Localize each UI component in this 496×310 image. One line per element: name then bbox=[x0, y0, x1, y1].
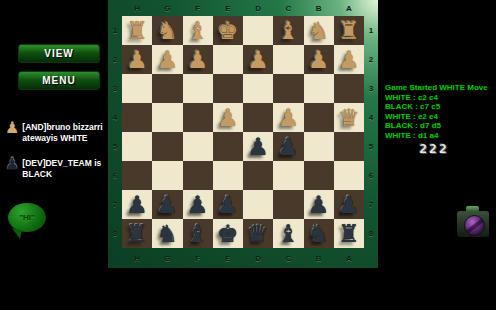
file-label-h: H bbox=[122, 248, 152, 268]
move-log-line: WHITE : e2 e4 bbox=[385, 112, 495, 122]
file-label-d: D bbox=[243, 248, 273, 268]
rank-label-5: 5 bbox=[108, 132, 122, 161]
board-corner bbox=[108, 0, 122, 16]
square-f4[interactable] bbox=[183, 103, 213, 132]
square-a1[interactable]: ♜ bbox=[334, 16, 364, 45]
square-c1[interactable]: ♝ bbox=[273, 16, 303, 45]
file-label-d: D bbox=[243, 0, 273, 16]
white-bishop-c1: ♝ bbox=[278, 19, 300, 43]
square-b5[interactable] bbox=[304, 132, 334, 161]
square-f1[interactable]: ♝ bbox=[183, 16, 213, 45]
square-g6[interactable] bbox=[152, 161, 182, 190]
square-d2[interactable]: ♟ bbox=[243, 45, 273, 74]
square-f6[interactable] bbox=[183, 161, 213, 190]
square-d8[interactable]: ♛ bbox=[243, 219, 273, 248]
file-label-c: C bbox=[273, 248, 303, 268]
square-h4[interactable] bbox=[122, 103, 152, 132]
black-pawn-h7: ♟ bbox=[126, 193, 148, 217]
square-h8[interactable]: ♜ bbox=[122, 219, 152, 248]
square-e4[interactable]: ♟ bbox=[213, 103, 243, 132]
rank-label-6: 6 bbox=[364, 161, 378, 190]
black-player-info: ♟ [DEV]DEV_TEAM isBLACK bbox=[5, 155, 107, 179]
white-pawn-b2: ♟ bbox=[308, 48, 330, 72]
black-pawn-f7: ♟ bbox=[187, 193, 209, 217]
square-f2[interactable]: ♟ bbox=[183, 45, 213, 74]
menu-button[interactable]: MENU bbox=[18, 71, 100, 90]
black-pawn-d5: ♟ bbox=[247, 135, 269, 159]
file-label-h: H bbox=[122, 0, 152, 16]
square-e2[interactable] bbox=[213, 45, 243, 74]
white-pawn-g2: ♟ bbox=[157, 48, 179, 72]
square-a2[interactable]: ♟ bbox=[334, 45, 364, 74]
square-d1[interactable] bbox=[243, 16, 273, 45]
square-h5[interactable] bbox=[122, 132, 152, 161]
square-b8[interactable]: ♞ bbox=[304, 219, 334, 248]
square-e3[interactable] bbox=[213, 74, 243, 103]
square-a4[interactable]: ♛ bbox=[334, 103, 364, 132]
rank-label-8: 8 bbox=[364, 219, 378, 248]
square-e1[interactable]: ♚ bbox=[213, 16, 243, 45]
square-d4[interactable] bbox=[243, 103, 273, 132]
square-e7[interactable]: ♟ bbox=[213, 190, 243, 219]
file-label-b: B bbox=[304, 0, 334, 16]
chess-board: HGFEDCBA1♜♞♝♚♝♞♜12♟♟♟♟♟♟2334♟♟♛45♟♟5667♟… bbox=[108, 0, 378, 268]
square-d3[interactable] bbox=[243, 74, 273, 103]
chat-bubble-icon[interactable]: "HI" bbox=[8, 203, 46, 232]
file-label-a: A bbox=[334, 0, 364, 16]
white-pawn-f2: ♟ bbox=[187, 48, 209, 72]
rank-label-5: 5 bbox=[364, 132, 378, 161]
square-g4[interactable] bbox=[152, 103, 182, 132]
square-f8[interactable]: ♝ bbox=[183, 219, 213, 248]
white-knight-b1: ♞ bbox=[308, 19, 330, 43]
rank-label-2: 2 bbox=[364, 45, 378, 74]
square-a3[interactable] bbox=[334, 74, 364, 103]
camera-body bbox=[457, 211, 489, 237]
square-b6[interactable] bbox=[304, 161, 334, 190]
black-pawn-e7: ♟ bbox=[217, 193, 239, 217]
black-rook-h8: ♜ bbox=[126, 222, 148, 246]
black-pawn-b7: ♟ bbox=[308, 193, 330, 217]
white-pawn-h2: ♟ bbox=[126, 48, 148, 72]
black-pawn-a7: ♟ bbox=[338, 193, 360, 217]
square-c8[interactable]: ♝ bbox=[273, 219, 303, 248]
square-f3[interactable] bbox=[183, 74, 213, 103]
black-player-line1: [DEV]DEV_TEAM is bbox=[22, 158, 101, 168]
white-player-label: [AND]bruno bizzarri atewayis WHITE bbox=[22, 119, 102, 143]
square-g7[interactable]: ♟ bbox=[152, 190, 182, 219]
black-player-label: [DEV]DEV_TEAM isBLACK bbox=[22, 155, 101, 179]
square-f5[interactable] bbox=[183, 132, 213, 161]
rank-label-3: 3 bbox=[108, 74, 122, 103]
black-knight-b8: ♞ bbox=[308, 222, 330, 246]
move-log-line: BLACK : d7 d5 bbox=[385, 121, 495, 131]
white-pawn-e4: ♟ bbox=[217, 106, 239, 130]
square-e6[interactable] bbox=[213, 161, 243, 190]
white-bishop-f1: ♝ bbox=[187, 19, 209, 43]
view-button[interactable]: VIEW bbox=[18, 44, 100, 63]
file-label-g: G bbox=[152, 0, 182, 16]
white-queen-a4: ♛ bbox=[338, 106, 360, 130]
square-g3[interactable] bbox=[152, 74, 182, 103]
white-knight-g1: ♞ bbox=[157, 19, 179, 43]
square-c2[interactable] bbox=[273, 45, 303, 74]
square-h2[interactable]: ♟ bbox=[122, 45, 152, 74]
square-f7[interactable]: ♟ bbox=[183, 190, 213, 219]
black-bishop-c8: ♝ bbox=[278, 222, 300, 246]
file-label-f: F bbox=[183, 248, 213, 268]
move-log-line: WHITE : d1 a4 bbox=[385, 131, 495, 141]
white-player-info: ♟ [AND]bruno bizzarri atewayis WHITE bbox=[5, 119, 107, 143]
black-pawn-g7: ♟ bbox=[157, 193, 179, 217]
rank-label-1: 1 bbox=[364, 16, 378, 45]
rank-label-3: 3 bbox=[364, 74, 378, 103]
square-a6[interactable] bbox=[334, 161, 364, 190]
board-corner bbox=[364, 248, 378, 268]
square-d5[interactable]: ♟ bbox=[243, 132, 273, 161]
square-d6[interactable] bbox=[243, 161, 273, 190]
rank-label-2: 2 bbox=[108, 45, 122, 74]
white-rook-h1: ♜ bbox=[126, 19, 148, 43]
square-e5[interactable] bbox=[213, 132, 243, 161]
game-status-line: Game Started WHITE Move bbox=[385, 83, 495, 93]
square-a8[interactable]: ♜ bbox=[334, 219, 364, 248]
camera-lens-icon bbox=[464, 215, 485, 236]
black-pawn-c5: ♟ bbox=[278, 135, 300, 159]
chat-bubble-text: "HI" bbox=[19, 213, 35, 222]
black-player-line2: BLACK bbox=[22, 169, 52, 179]
square-c5[interactable]: ♟ bbox=[273, 132, 303, 161]
rank-label-7: 7 bbox=[108, 190, 122, 219]
white-pawn-icon: ♟ bbox=[5, 119, 19, 137]
rank-label-4: 4 bbox=[364, 103, 378, 132]
chess-app-screen: VIEW MENU ♟ [AND]bruno bizzarri atewayis… bbox=[0, 0, 496, 310]
move-log-line: WHITE : c2 c4 bbox=[385, 93, 495, 103]
move-timer: 222 bbox=[411, 141, 457, 156]
file-label-e: E bbox=[213, 0, 243, 16]
white-rook-a1: ♜ bbox=[338, 19, 360, 43]
rank-label-4: 4 bbox=[108, 103, 122, 132]
move-log: Game Started WHITE MoveWHITE : c2 c4BLAC… bbox=[385, 83, 495, 141]
move-log-line: BLACK : c7 c5 bbox=[385, 102, 495, 112]
square-g5[interactable] bbox=[152, 132, 182, 161]
rank-label-6: 6 bbox=[108, 161, 122, 190]
square-a5[interactable] bbox=[334, 132, 364, 161]
square-g1[interactable]: ♞ bbox=[152, 16, 182, 45]
square-c4[interactable]: ♟ bbox=[273, 103, 303, 132]
square-b3[interactable] bbox=[304, 74, 334, 103]
square-g8[interactable]: ♞ bbox=[152, 219, 182, 248]
board-corner bbox=[364, 0, 378, 16]
square-b1[interactable]: ♞ bbox=[304, 16, 334, 45]
square-b2[interactable]: ♟ bbox=[304, 45, 334, 74]
file-label-f: F bbox=[183, 0, 213, 16]
black-king-e8: ♚ bbox=[217, 222, 239, 246]
rank-label-8: 8 bbox=[108, 219, 122, 248]
black-queen-d8: ♛ bbox=[247, 222, 269, 246]
square-h1[interactable]: ♜ bbox=[122, 16, 152, 45]
white-pawn-d2: ♟ bbox=[247, 48, 269, 72]
file-label-g: G bbox=[152, 248, 182, 268]
square-h6[interactable] bbox=[122, 161, 152, 190]
camera-button[interactable] bbox=[457, 206, 490, 243]
file-label-c: C bbox=[273, 0, 303, 16]
black-rook-a8: ♜ bbox=[338, 222, 360, 246]
square-a7[interactable]: ♟ bbox=[334, 190, 364, 219]
square-b7[interactable]: ♟ bbox=[304, 190, 334, 219]
white-pawn-a2: ♟ bbox=[338, 48, 360, 72]
square-b4[interactable] bbox=[304, 103, 334, 132]
white-king-e1: ♚ bbox=[217, 19, 239, 43]
square-g2[interactable]: ♟ bbox=[152, 45, 182, 74]
square-h7[interactable]: ♟ bbox=[122, 190, 152, 219]
file-label-e: E bbox=[213, 248, 243, 268]
square-c6[interactable] bbox=[273, 161, 303, 190]
white-pawn-c4: ♟ bbox=[278, 106, 300, 130]
white-player-line2: is WHITE bbox=[51, 133, 88, 143]
black-pawn-icon: ♟ bbox=[5, 155, 19, 173]
square-h3[interactable] bbox=[122, 74, 152, 103]
black-knight-g8: ♞ bbox=[157, 222, 179, 246]
square-c7[interactable] bbox=[273, 190, 303, 219]
file-label-b: B bbox=[304, 248, 334, 268]
white-player-line1: [AND]bruno bizzarri bbox=[22, 122, 102, 132]
board-corner bbox=[108, 248, 122, 268]
black-bishop-f8: ♝ bbox=[187, 222, 209, 246]
square-d7[interactable] bbox=[243, 190, 273, 219]
square-c3[interactable] bbox=[273, 74, 303, 103]
square-e8[interactable]: ♚ bbox=[213, 219, 243, 248]
file-label-a: A bbox=[334, 248, 364, 268]
rank-label-7: 7 bbox=[364, 190, 378, 219]
rank-label-1: 1 bbox=[108, 16, 122, 45]
